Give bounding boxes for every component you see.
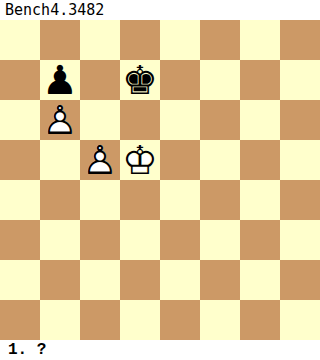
square-a4[interactable] <box>0 180 40 220</box>
square-h6[interactable] <box>280 100 320 140</box>
square-c3[interactable] <box>80 220 120 260</box>
square-e4[interactable] <box>160 180 200 220</box>
square-g3[interactable] <box>240 220 280 260</box>
square-d7[interactable]: ♚ <box>120 60 160 100</box>
square-f3[interactable] <box>200 220 240 260</box>
white-king-glyph: ♔ <box>120 140 160 180</box>
square-c5[interactable]: ♟♙ <box>80 140 120 180</box>
square-f4[interactable] <box>200 180 240 220</box>
square-f5[interactable] <box>200 140 240 180</box>
chess-board: ♟♚♟♙♟♙♚♔ <box>0 20 320 340</box>
square-a5[interactable] <box>0 140 40 180</box>
statusbar: 1. ? <box>0 340 320 360</box>
square-b4[interactable] <box>40 180 80 220</box>
square-f7[interactable] <box>200 60 240 100</box>
square-e3[interactable] <box>160 220 200 260</box>
square-g4[interactable] <box>240 180 280 220</box>
square-g8[interactable] <box>240 20 280 60</box>
window-title: Bench4.3482 <box>5 0 104 20</box>
square-b6[interactable]: ♟♙ <box>40 100 80 140</box>
square-d5[interactable]: ♚♔ <box>120 140 160 180</box>
square-h4[interactable] <box>280 180 320 220</box>
square-h3[interactable] <box>280 220 320 260</box>
square-b2[interactable] <box>40 260 80 300</box>
square-h1[interactable] <box>280 300 320 340</box>
square-a8[interactable] <box>0 20 40 60</box>
square-e2[interactable] <box>160 260 200 300</box>
black-king-glyph: ♚ <box>120 60 160 100</box>
square-f8[interactable] <box>200 20 240 60</box>
square-a6[interactable] <box>0 100 40 140</box>
square-b1[interactable] <box>40 300 80 340</box>
square-g7[interactable] <box>240 60 280 100</box>
square-h7[interactable] <box>280 60 320 100</box>
white-pawn-b6: ♟♙ <box>40 100 80 140</box>
square-b3[interactable] <box>40 220 80 260</box>
square-f1[interactable] <box>200 300 240 340</box>
square-g1[interactable] <box>240 300 280 340</box>
square-c6[interactable] <box>80 100 120 140</box>
square-e1[interactable] <box>160 300 200 340</box>
square-h5[interactable] <box>280 140 320 180</box>
square-c4[interactable] <box>80 180 120 220</box>
square-e5[interactable] <box>160 140 200 180</box>
square-h2[interactable] <box>280 260 320 300</box>
white-pawn-c5: ♟♙ <box>80 140 120 180</box>
titlebar: Bench4.3482 <box>0 0 320 20</box>
square-e7[interactable] <box>160 60 200 100</box>
square-b7[interactable]: ♟ <box>40 60 80 100</box>
square-d6[interactable] <box>120 100 160 140</box>
square-d8[interactable] <box>120 20 160 60</box>
black-pawn-glyph: ♟ <box>40 60 80 100</box>
square-g5[interactable] <box>240 140 280 180</box>
square-c1[interactable] <box>80 300 120 340</box>
black-king-d7: ♚ <box>120 60 160 100</box>
square-a1[interactable] <box>0 300 40 340</box>
square-a7[interactable] <box>0 60 40 100</box>
square-d3[interactable] <box>120 220 160 260</box>
square-b8[interactable] <box>40 20 80 60</box>
move-prompt: 1. ? <box>8 340 46 360</box>
square-d1[interactable] <box>120 300 160 340</box>
white-pawn-glyph: ♙ <box>80 140 120 180</box>
square-f2[interactable] <box>200 260 240 300</box>
square-d2[interactable] <box>120 260 160 300</box>
white-king-d5: ♚♔ <box>120 140 160 180</box>
square-e8[interactable] <box>160 20 200 60</box>
square-e6[interactable] <box>160 100 200 140</box>
white-pawn-glyph: ♙ <box>40 100 80 140</box>
square-h8[interactable] <box>280 20 320 60</box>
square-a3[interactable] <box>0 220 40 260</box>
square-b5[interactable] <box>40 140 80 180</box>
square-g6[interactable] <box>240 100 280 140</box>
square-f6[interactable] <box>200 100 240 140</box>
square-c7[interactable] <box>80 60 120 100</box>
square-c2[interactable] <box>80 260 120 300</box>
square-c8[interactable] <box>80 20 120 60</box>
square-g2[interactable] <box>240 260 280 300</box>
black-pawn-b7: ♟ <box>40 60 80 100</box>
square-d4[interactable] <box>120 180 160 220</box>
square-a2[interactable] <box>0 260 40 300</box>
